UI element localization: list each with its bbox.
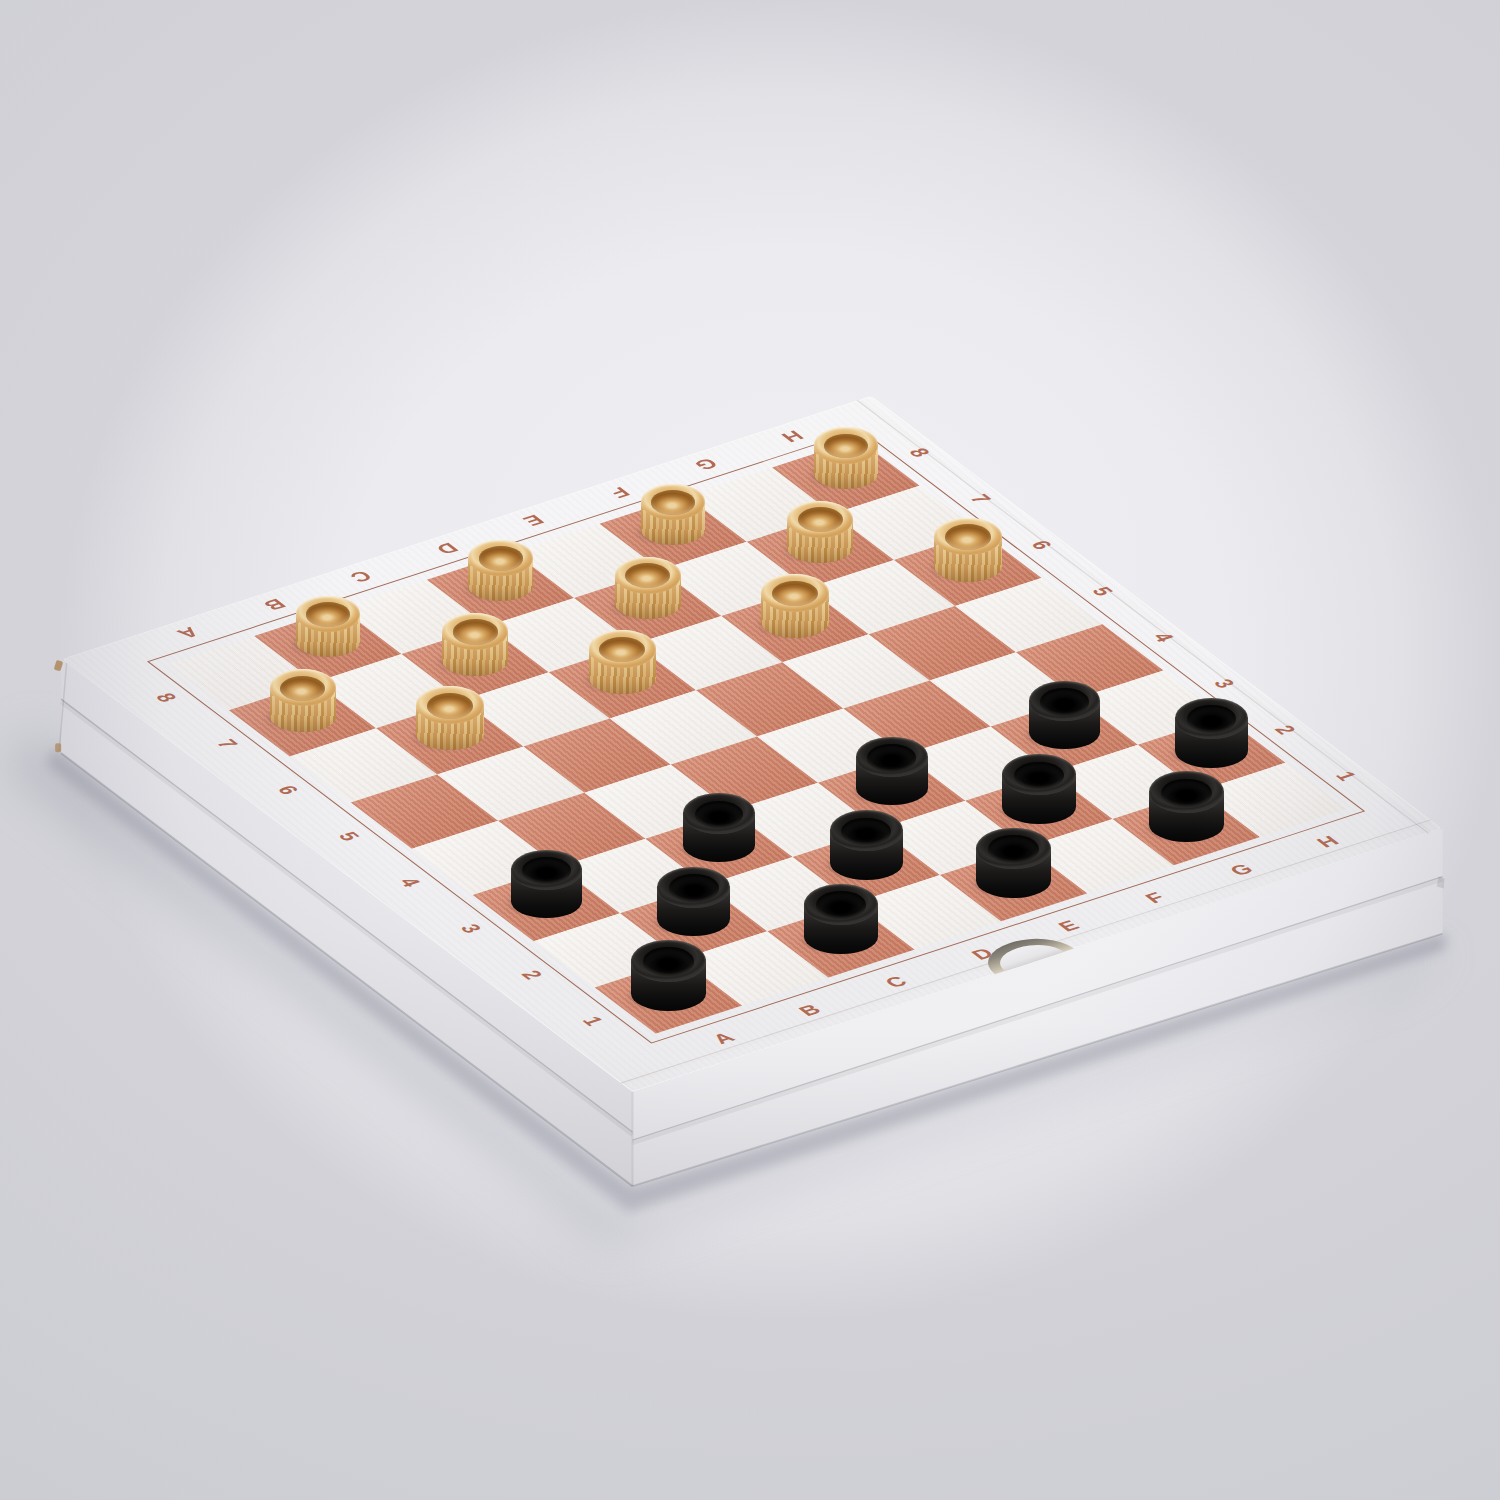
piece-part	[643, 947, 694, 975]
piece-part	[695, 801, 744, 828]
piece-part	[867, 744, 916, 771]
piece-part	[453, 619, 498, 644]
piece-part	[1161, 779, 1212, 807]
piece-dark-d2[interactable]	[830, 810, 903, 880]
piece-part	[1040, 688, 1089, 715]
piece-light-d6[interactable]	[589, 630, 657, 694]
piece-light-a7[interactable]	[270, 669, 336, 732]
piece-dark-g1[interactable]	[1149, 771, 1224, 842]
piece-part	[945, 524, 991, 550]
piece-light-f8[interactable]	[641, 484, 706, 546]
piece-part	[1014, 762, 1064, 790]
piece-light-h6[interactable]	[934, 518, 1002, 582]
piece-light-b6[interactable]	[416, 686, 484, 750]
piece-light-h8[interactable]	[814, 427, 879, 489]
piece-light-c7[interactable]	[442, 613, 508, 676]
piece-dark-b2[interactable]	[657, 867, 730, 937]
piece-part	[479, 546, 523, 571]
piece-part	[306, 602, 350, 627]
piece-light-b8[interactable]	[296, 596, 361, 658]
piece-light-g7[interactable]	[787, 501, 853, 564]
piece-part	[427, 693, 473, 719]
piece-part	[669, 874, 719, 902]
piece-part	[988, 835, 1039, 863]
photo-stage: AABBCCDDEEFFGGHH1122334455667788	[0, 0, 1500, 1500]
piece-light-f6[interactable]	[761, 574, 829, 638]
piece-part	[651, 490, 695, 515]
piece-dark-c3[interactable]	[683, 793, 755, 861]
piece-dark-g3[interactable]	[1029, 681, 1101, 749]
piece-light-d8[interactable]	[468, 540, 533, 602]
piece-dark-f2[interactable]	[1002, 754, 1075, 824]
piece-part	[522, 857, 571, 884]
piece-light-e7[interactable]	[615, 557, 681, 620]
piece-dark-a1[interactable]	[631, 940, 706, 1011]
piece-part	[772, 581, 818, 607]
piece-dark-a3[interactable]	[511, 850, 583, 918]
piece-part	[280, 676, 325, 701]
piece-dark-e1[interactable]	[976, 828, 1051, 899]
piece-dark-e3[interactable]	[856, 737, 928, 805]
piece-dark-h2[interactable]	[1175, 698, 1248, 768]
pieces-layer	[0, 0, 1500, 1500]
piece-dark-c1[interactable]	[804, 884, 879, 955]
